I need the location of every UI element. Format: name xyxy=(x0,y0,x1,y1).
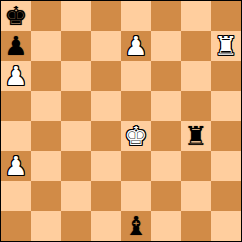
square-e7[interactable]: ♟ xyxy=(121,31,151,61)
square-g1[interactable] xyxy=(181,211,211,241)
square-f1[interactable] xyxy=(151,211,181,241)
square-g8[interactable] xyxy=(181,1,211,31)
piece-white-rook[interactable]: ♜ xyxy=(214,31,237,61)
square-h4[interactable] xyxy=(211,121,241,151)
square-h2[interactable] xyxy=(211,181,241,211)
square-f3[interactable] xyxy=(151,151,181,181)
square-f2[interactable] xyxy=(151,181,181,211)
square-g3[interactable] xyxy=(181,151,211,181)
square-d3[interactable] xyxy=(91,151,121,181)
square-c8[interactable] xyxy=(61,1,91,31)
square-d1[interactable] xyxy=(91,211,121,241)
square-b5[interactable] xyxy=(31,91,61,121)
square-g7[interactable] xyxy=(181,31,211,61)
square-a4[interactable] xyxy=(1,121,31,151)
square-d5[interactable] xyxy=(91,91,121,121)
piece-black-pawn[interactable]: ♟ xyxy=(4,31,27,61)
square-a3[interactable]: ♟ xyxy=(1,151,31,181)
square-b2[interactable] xyxy=(31,181,61,211)
square-h3[interactable] xyxy=(211,151,241,181)
piece-black-rook[interactable]: ♜ xyxy=(184,121,207,151)
square-f5[interactable] xyxy=(151,91,181,121)
chess-board-window: ♚♟♟♜♟♚♜♟♝ xyxy=(0,0,242,242)
square-f6[interactable] xyxy=(151,61,181,91)
square-e8[interactable] xyxy=(121,1,151,31)
square-f8[interactable] xyxy=(151,1,181,31)
square-b7[interactable] xyxy=(31,31,61,61)
piece-black-bishop[interactable]: ♝ xyxy=(124,211,147,241)
square-b4[interactable] xyxy=(31,121,61,151)
piece-black-king[interactable]: ♚ xyxy=(4,1,27,31)
square-c7[interactable] xyxy=(61,31,91,61)
square-a6[interactable]: ♟ xyxy=(1,61,31,91)
square-d6[interactable] xyxy=(91,61,121,91)
square-b3[interactable] xyxy=(31,151,61,181)
square-a2[interactable] xyxy=(1,181,31,211)
square-e5[interactable] xyxy=(121,91,151,121)
square-g5[interactable] xyxy=(181,91,211,121)
square-c5[interactable] xyxy=(61,91,91,121)
square-b8[interactable] xyxy=(31,1,61,31)
square-d4[interactable] xyxy=(91,121,121,151)
square-b6[interactable] xyxy=(31,61,61,91)
square-a5[interactable] xyxy=(1,91,31,121)
square-f7[interactable] xyxy=(151,31,181,61)
square-h1[interactable] xyxy=(211,211,241,241)
square-h8[interactable] xyxy=(211,1,241,31)
square-e2[interactable] xyxy=(121,181,151,211)
square-b1[interactable] xyxy=(31,211,61,241)
square-c2[interactable] xyxy=(61,181,91,211)
square-g6[interactable] xyxy=(181,61,211,91)
square-c6[interactable] xyxy=(61,61,91,91)
square-d7[interactable] xyxy=(91,31,121,61)
square-d2[interactable] xyxy=(91,181,121,211)
piece-white-pawn[interactable]: ♟ xyxy=(124,31,147,61)
square-d8[interactable] xyxy=(91,1,121,31)
square-e3[interactable] xyxy=(121,151,151,181)
square-c4[interactable] xyxy=(61,121,91,151)
square-h6[interactable] xyxy=(211,61,241,91)
square-h5[interactable] xyxy=(211,91,241,121)
square-e4[interactable]: ♚ xyxy=(121,121,151,151)
piece-white-pawn[interactable]: ♟ xyxy=(4,151,27,181)
chess-board: ♚♟♟♜♟♚♜♟♝ xyxy=(0,0,242,242)
square-a8[interactable]: ♚ xyxy=(1,1,31,31)
square-a1[interactable] xyxy=(1,211,31,241)
square-f4[interactable] xyxy=(151,121,181,151)
square-c1[interactable] xyxy=(61,211,91,241)
square-g2[interactable] xyxy=(181,181,211,211)
square-a7[interactable]: ♟ xyxy=(1,31,31,61)
piece-white-pawn[interactable]: ♟ xyxy=(4,61,27,91)
square-g4[interactable]: ♜ xyxy=(181,121,211,151)
square-e6[interactable] xyxy=(121,61,151,91)
piece-white-king[interactable]: ♚ xyxy=(124,121,147,151)
square-e1[interactable]: ♝ xyxy=(121,211,151,241)
square-c3[interactable] xyxy=(61,151,91,181)
square-h7[interactable]: ♜ xyxy=(211,31,241,61)
